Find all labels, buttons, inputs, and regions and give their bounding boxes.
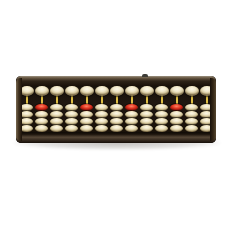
red-earth-bead[interactable] bbox=[125, 104, 138, 111]
earth-bead[interactable] bbox=[80, 111, 93, 118]
rod-column-9 bbox=[139, 86, 154, 132]
heaven-bead[interactable] bbox=[125, 86, 139, 96]
earth-bead-stack bbox=[110, 104, 123, 132]
earth-bead[interactable] bbox=[50, 118, 63, 125]
earth-bead-stack bbox=[125, 104, 138, 132]
earth-bead[interactable] bbox=[110, 118, 123, 125]
rod-column-7 bbox=[109, 86, 124, 132]
earth-bead[interactable] bbox=[80, 125, 93, 132]
earth-bead-stack bbox=[140, 104, 153, 132]
frame-right-bar bbox=[210, 78, 216, 141]
heaven-bead[interactable] bbox=[185, 86, 199, 96]
frame-left-bar bbox=[16, 78, 22, 141]
earth-bead[interactable] bbox=[65, 111, 78, 118]
earth-bead[interactable] bbox=[50, 111, 63, 118]
earth-bead[interactable] bbox=[155, 111, 168, 118]
earth-bead-stack bbox=[65, 104, 78, 132]
earth-bead[interactable] bbox=[170, 111, 183, 118]
rod-column-3 bbox=[49, 86, 64, 132]
earth-bead[interactable] bbox=[95, 125, 108, 132]
earth-bead-stack bbox=[35, 104, 48, 132]
rod-column-4 bbox=[64, 86, 79, 132]
earth-bead[interactable] bbox=[155, 125, 168, 132]
earth-bead[interactable] bbox=[185, 111, 198, 118]
earth-bead[interactable] bbox=[140, 111, 153, 118]
earth-bead[interactable] bbox=[50, 104, 63, 111]
heaven-bead[interactable] bbox=[110, 86, 124, 96]
bead-area bbox=[19, 86, 214, 132]
heaven-bead[interactable] bbox=[80, 86, 94, 96]
earth-bead[interactable] bbox=[170, 118, 183, 125]
frame-top-bar bbox=[16, 76, 216, 86]
earth-bead[interactable] bbox=[65, 118, 78, 125]
abacus-board bbox=[16, 76, 216, 143]
heaven-bead[interactable] bbox=[155, 86, 169, 96]
earth-bead[interactable] bbox=[35, 111, 48, 118]
frame-bottom-bar bbox=[16, 132, 216, 143]
earth-bead[interactable] bbox=[170, 125, 183, 132]
earth-bead[interactable] bbox=[140, 104, 153, 111]
rod-column-2 bbox=[34, 86, 49, 132]
earth-bead[interactable] bbox=[140, 125, 153, 132]
heaven-bead[interactable] bbox=[140, 86, 154, 96]
rod-column-5 bbox=[79, 86, 94, 132]
earth-bead[interactable] bbox=[110, 111, 123, 118]
heaven-bead[interactable] bbox=[95, 86, 109, 96]
frame-knob bbox=[142, 74, 148, 77]
red-earth-bead[interactable] bbox=[80, 104, 93, 111]
red-earth-bead[interactable] bbox=[170, 104, 183, 111]
earth-bead[interactable] bbox=[95, 104, 108, 111]
earth-bead-stack bbox=[95, 104, 108, 132]
earth-bead[interactable] bbox=[140, 118, 153, 125]
earth-bead[interactable] bbox=[125, 111, 138, 118]
heaven-bead[interactable] bbox=[50, 86, 64, 96]
earth-bead[interactable] bbox=[80, 118, 93, 125]
earth-bead[interactable] bbox=[65, 104, 78, 111]
heaven-bead[interactable] bbox=[170, 86, 184, 96]
earth-bead[interactable] bbox=[185, 125, 198, 132]
earth-bead[interactable] bbox=[65, 125, 78, 132]
heaven-bead[interactable] bbox=[65, 86, 79, 96]
earth-bead[interactable] bbox=[95, 118, 108, 125]
rod-column-8 bbox=[124, 86, 139, 132]
rod-column-11 bbox=[169, 86, 184, 132]
rod-column-12 bbox=[184, 86, 199, 132]
earth-bead[interactable] bbox=[95, 111, 108, 118]
earth-bead[interactable] bbox=[185, 118, 198, 125]
earth-bead[interactable] bbox=[35, 125, 48, 132]
earth-bead-stack bbox=[155, 104, 168, 132]
earth-bead[interactable] bbox=[155, 104, 168, 111]
earth-bead[interactable] bbox=[35, 118, 48, 125]
photo-background bbox=[0, 0, 230, 230]
earth-bead[interactable] bbox=[155, 118, 168, 125]
earth-bead[interactable] bbox=[110, 104, 123, 111]
heaven-bead[interactable] bbox=[35, 86, 49, 96]
earth-bead[interactable] bbox=[110, 125, 123, 132]
rod-column-10 bbox=[154, 86, 169, 132]
earth-bead-stack bbox=[50, 104, 63, 132]
earth-bead[interactable] bbox=[185, 104, 198, 111]
red-earth-bead[interactable] bbox=[35, 104, 48, 111]
earth-bead[interactable] bbox=[125, 118, 138, 125]
earth-bead[interactable] bbox=[125, 125, 138, 132]
earth-bead-stack bbox=[185, 104, 198, 132]
earth-bead[interactable] bbox=[50, 125, 63, 132]
rod-column-6 bbox=[94, 86, 109, 132]
earth-bead-stack bbox=[80, 104, 93, 132]
earth-bead-stack bbox=[170, 104, 183, 132]
